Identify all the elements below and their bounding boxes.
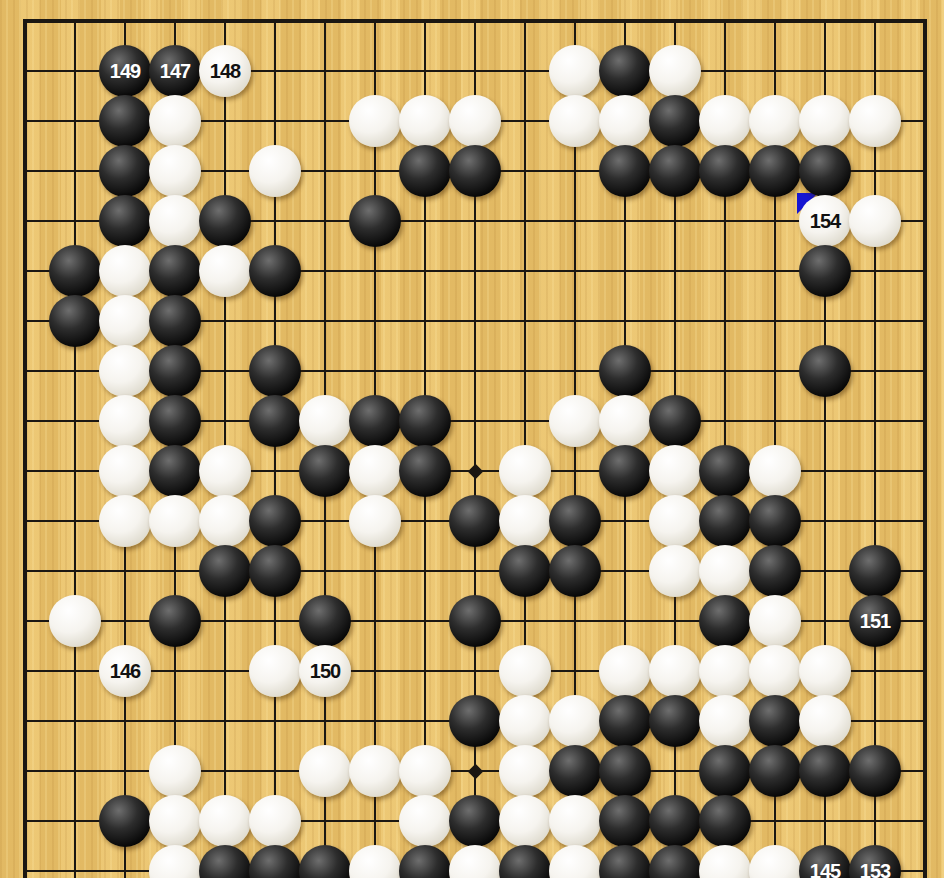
stone-white[interactable]	[499, 745, 551, 797]
stone-white[interactable]	[249, 645, 301, 697]
stone-white[interactable]	[699, 695, 751, 747]
stone-white[interactable]	[649, 645, 701, 697]
stone-black[interactable]	[599, 345, 651, 397]
stone-black[interactable]	[299, 595, 351, 647]
stone-white[interactable]	[599, 645, 651, 697]
stone-white[interactable]	[749, 445, 801, 497]
stone-black[interactable]	[599, 445, 651, 497]
stone-white[interactable]	[699, 645, 751, 697]
stone-white[interactable]	[499, 645, 551, 697]
stone-white[interactable]	[299, 395, 351, 447]
move-number-label: 149	[110, 61, 140, 81]
stone-black[interactable]	[799, 245, 851, 297]
stone-black[interactable]	[799, 745, 851, 797]
stone-black[interactable]	[249, 545, 301, 597]
stone-white[interactable]	[149, 145, 201, 197]
stone-white[interactable]	[749, 95, 801, 147]
stone-black[interactable]: 149	[99, 45, 151, 97]
stone-white[interactable]	[649, 545, 701, 597]
stone-white[interactable]	[649, 495, 701, 547]
stone-white[interactable]	[799, 95, 851, 147]
move-number-label: 147	[160, 61, 190, 81]
stone-white[interactable]	[649, 445, 701, 497]
stone-black[interactable]	[649, 395, 701, 447]
stone-black[interactable]	[399, 145, 451, 197]
stone-white[interactable]	[599, 95, 651, 147]
move-number-label: 153	[860, 861, 890, 878]
stone-black[interactable]	[849, 545, 901, 597]
stone-white[interactable]	[549, 45, 601, 97]
stone-black[interactable]	[599, 845, 651, 878]
stone-black[interactable]	[649, 95, 701, 147]
stone-white[interactable]	[299, 745, 351, 797]
stone-white[interactable]	[349, 495, 401, 547]
stone-white[interactable]	[149, 95, 201, 147]
stone-white[interactable]	[199, 795, 251, 847]
stone-black[interactable]	[449, 795, 501, 847]
stone-black[interactable]: 151	[849, 595, 901, 647]
stone-white[interactable]: 150	[299, 645, 351, 697]
stone-black[interactable]	[299, 845, 351, 878]
stone-white[interactable]	[599, 395, 651, 447]
stone-black[interactable]	[599, 795, 651, 847]
stone-black[interactable]	[249, 845, 301, 878]
stone-white[interactable]	[449, 95, 501, 147]
stone-black[interactable]	[149, 345, 201, 397]
stone-black[interactable]	[499, 845, 551, 878]
stone-white[interactable]	[149, 745, 201, 797]
stone-black[interactable]	[599, 695, 651, 747]
move-number-label: 151	[860, 611, 890, 631]
star-point	[468, 464, 484, 480]
stone-black[interactable]	[249, 495, 301, 547]
stone-black[interactable]	[749, 495, 801, 547]
stone-black[interactable]	[649, 845, 701, 878]
stone-black[interactable]	[649, 695, 701, 747]
stone-black[interactable]	[199, 195, 251, 247]
stone-white[interactable]	[399, 95, 451, 147]
stone-black[interactable]	[549, 545, 601, 597]
stone-black[interactable]	[649, 795, 701, 847]
stone-white[interactable]	[99, 395, 151, 447]
stone-white[interactable]	[549, 795, 601, 847]
stone-white[interactable]	[749, 645, 801, 697]
stone-black[interactable]	[399, 445, 451, 497]
stone-black[interactable]	[699, 745, 751, 797]
stone-white[interactable]	[99, 345, 151, 397]
stone-black[interactable]	[749, 745, 801, 797]
stone-black[interactable]	[399, 395, 451, 447]
stone-black[interactable]	[299, 445, 351, 497]
stone-white[interactable]	[499, 445, 551, 497]
stone-black[interactable]	[699, 795, 751, 847]
stone-white[interactable]	[749, 595, 801, 647]
stone-black[interactable]	[149, 595, 201, 647]
stone-black[interactable]: 147	[149, 45, 201, 97]
stone-black[interactable]	[49, 295, 101, 347]
stone-white[interactable]	[549, 395, 601, 447]
stone-white[interactable]: 148	[199, 45, 251, 97]
stone-black[interactable]	[149, 395, 201, 447]
stone-black[interactable]	[399, 845, 451, 878]
stone-white[interactable]	[149, 795, 201, 847]
stone-black[interactable]	[699, 595, 751, 647]
stone-white[interactable]	[349, 845, 401, 878]
stone-white[interactable]	[799, 695, 851, 747]
stone-white[interactable]	[99, 245, 151, 297]
grid-line	[74, 19, 76, 878]
stone-black[interactable]	[749, 145, 801, 197]
stone-black[interactable]	[99, 95, 151, 147]
stone-black[interactable]	[499, 545, 551, 597]
stone-black[interactable]	[549, 495, 601, 547]
stone-black[interactable]: 153	[849, 845, 901, 878]
stone-white[interactable]	[499, 695, 551, 747]
star-point	[468, 764, 484, 780]
move-number-label: 146	[110, 661, 140, 681]
stone-white[interactable]	[199, 445, 251, 497]
stone-black[interactable]	[699, 495, 751, 547]
stone-black[interactable]	[249, 245, 301, 297]
stone-black[interactable]	[99, 795, 151, 847]
stone-white[interactable]	[249, 145, 301, 197]
stone-black[interactable]	[449, 145, 501, 197]
stone-white[interactable]	[549, 95, 601, 147]
stone-white[interactable]	[499, 495, 551, 547]
go-board[interactable]: 149147148154151146150145153	[0, 0, 944, 878]
stone-white[interactable]: 146	[99, 645, 151, 697]
stone-black[interactable]	[49, 245, 101, 297]
stone-black[interactable]	[199, 545, 251, 597]
stone-black[interactable]	[799, 345, 851, 397]
stone-white[interactable]	[249, 795, 301, 847]
stone-white[interactable]	[99, 445, 151, 497]
stone-black[interactable]	[149, 245, 201, 297]
stone-black[interactable]	[649, 145, 701, 197]
stone-black[interactable]	[149, 445, 201, 497]
stone-black[interactable]	[349, 195, 401, 247]
stone-white[interactable]	[349, 445, 401, 497]
stone-black[interactable]	[699, 445, 751, 497]
stone-white[interactable]	[849, 195, 901, 247]
stone-white[interactable]	[549, 845, 601, 878]
stone-black[interactable]	[549, 745, 601, 797]
move-number-label: 150	[310, 661, 340, 681]
move-number-label: 154	[810, 211, 840, 231]
stone-white[interactable]	[699, 545, 751, 597]
stone-black[interactable]	[449, 495, 501, 547]
stone-white[interactable]: 154	[799, 195, 851, 247]
stone-black[interactable]	[799, 145, 851, 197]
stone-white[interactable]	[399, 795, 451, 847]
stone-white[interactable]	[99, 495, 151, 547]
stone-white[interactable]	[99, 295, 151, 347]
stone-white[interactable]	[199, 495, 251, 547]
stone-black[interactable]	[849, 745, 901, 797]
stone-black[interactable]: 145	[799, 845, 851, 878]
stone-white[interactable]	[349, 95, 401, 147]
stone-white[interactable]	[399, 745, 451, 797]
stone-white[interactable]	[699, 845, 751, 878]
stone-white[interactable]	[449, 845, 501, 878]
stone-black[interactable]	[349, 395, 401, 447]
stone-black[interactable]	[599, 45, 651, 97]
move-number-label: 145	[810, 861, 840, 878]
stone-black[interactable]	[449, 595, 501, 647]
stone-black[interactable]	[749, 695, 801, 747]
stone-white[interactable]	[149, 195, 201, 247]
stone-black[interactable]	[699, 145, 751, 197]
stone-black[interactable]	[749, 545, 801, 597]
stone-white[interactable]	[199, 245, 251, 297]
stone-white[interactable]	[149, 845, 201, 878]
stone-white[interactable]	[49, 595, 101, 647]
stone-white[interactable]	[549, 695, 601, 747]
stone-white[interactable]	[499, 795, 551, 847]
stone-white[interactable]	[749, 845, 801, 878]
stone-white[interactable]	[149, 495, 201, 547]
stone-black[interactable]	[149, 295, 201, 347]
grid-line	[923, 19, 927, 878]
grid-line	[23, 19, 27, 878]
stone-black[interactable]	[99, 195, 151, 247]
stone-white[interactable]	[349, 745, 401, 797]
stone-white[interactable]	[799, 645, 851, 697]
move-number-label: 148	[210, 61, 240, 81]
stone-black[interactable]	[599, 745, 651, 797]
stone-white[interactable]	[699, 95, 751, 147]
stone-black[interactable]	[249, 395, 301, 447]
stone-black[interactable]	[99, 145, 151, 197]
stone-black[interactable]	[199, 845, 251, 878]
stone-white[interactable]	[849, 95, 901, 147]
stone-black[interactable]	[249, 345, 301, 397]
stone-black[interactable]	[449, 695, 501, 747]
stone-black[interactable]	[599, 145, 651, 197]
stone-white[interactable]	[649, 45, 701, 97]
